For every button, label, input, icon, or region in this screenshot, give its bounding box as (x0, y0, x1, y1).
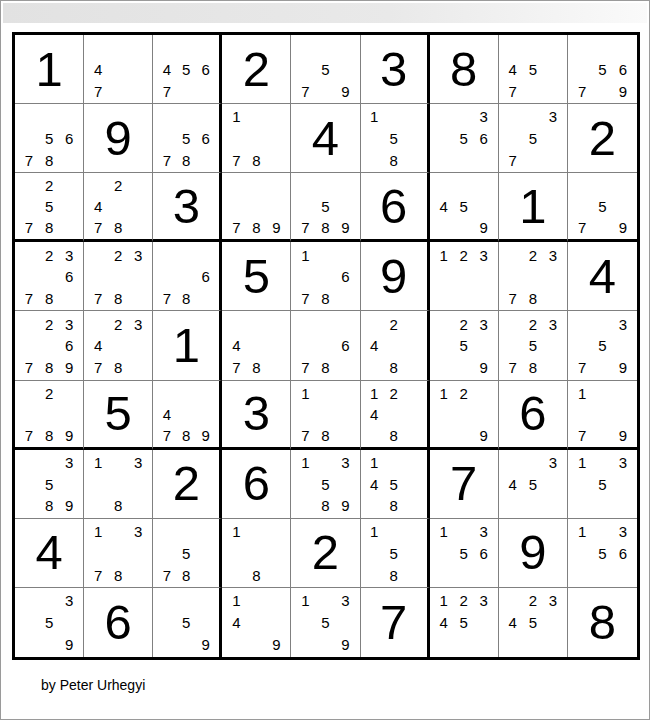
cell-r7c6[interactable]: 1458 (361, 450, 430, 519)
candidate-5: 5 (315, 59, 335, 81)
cell-value: 9 (84, 104, 152, 172)
candidate-empty (454, 357, 474, 379)
pencil-marks: 13589 (291, 450, 359, 518)
candidate-empty (19, 106, 39, 128)
candidate-empty (572, 175, 592, 196)
candidate-3: 3 (474, 590, 494, 612)
candidate-empty (157, 266, 176, 288)
candidate-7: 7 (157, 288, 176, 310)
cell-r5c3[interactable]: 1 (153, 311, 222, 380)
cell-r7c7[interactable]: 7 (430, 450, 499, 519)
cell-r5c4[interactable]: 478 (222, 311, 291, 380)
candidate-6: 6 (474, 128, 494, 150)
pencil-marks: 129 (430, 381, 498, 447)
candidate-empty (503, 106, 523, 128)
cell-r9c2[interactable]: 6 (84, 588, 153, 657)
cell-r1c5[interactable]: 579 (291, 35, 360, 104)
candidate-2: 2 (39, 313, 59, 335)
candidate-empty (454, 288, 474, 310)
candidate-empty (543, 357, 563, 379)
cell-r7c1[interactable]: 3589 (15, 450, 84, 519)
candidate-empty (572, 196, 592, 217)
candidate-5: 5 (384, 128, 403, 150)
candidate-empty (177, 590, 196, 612)
cell-r8c8[interactable]: 9 (499, 519, 568, 588)
candidate-5: 5 (384, 473, 403, 495)
cell-r5c9[interactable]: 3579 (568, 311, 637, 380)
pencil-marks: 5789 (291, 173, 359, 239)
candidate-empty (246, 313, 266, 335)
candidate-9: 9 (613, 357, 633, 379)
cell-r3c9[interactable]: 579 (568, 173, 637, 242)
candidate-empty (19, 244, 39, 266)
candidate-empty (503, 313, 523, 335)
candidate-5: 5 (177, 612, 196, 634)
pencil-marks: 18 (222, 519, 290, 587)
cell-r4c2[interactable]: 2378 (84, 242, 153, 311)
cell-r2c6[interactable]: 158 (361, 104, 430, 173)
cell-value: 9 (499, 519, 567, 587)
candidate-empty (108, 196, 128, 217)
candidate-empty (88, 313, 108, 335)
cell-r2c5[interactable]: 4 (291, 104, 360, 173)
candidate-2: 2 (39, 383, 59, 404)
cell-r5c2[interactable]: 23478 (84, 311, 153, 380)
candidate-8: 8 (246, 357, 266, 379)
candidate-empty (613, 37, 633, 59)
candidate-empty (128, 196, 148, 217)
cell-r6c2[interactable]: 5 (84, 381, 153, 450)
candidate-2: 2 (454, 590, 474, 612)
candidate-empty (503, 590, 523, 612)
candidate-1: 1 (295, 590, 315, 612)
candidate-empty (226, 196, 246, 217)
candidate-4: 4 (503, 612, 523, 634)
candidate-9: 9 (59, 425, 79, 446)
candidate-empty (572, 59, 592, 81)
candidate-empty (434, 634, 454, 656)
pencil-marks: 5678 (15, 104, 83, 172)
candidate-1: 1 (572, 383, 592, 404)
candidate-empty (592, 37, 612, 59)
candidate-empty (474, 335, 494, 357)
candidate-5: 5 (592, 335, 612, 357)
candidate-empty (454, 634, 474, 656)
candidate-empty (246, 590, 266, 612)
cell-r6c4[interactable]: 3 (222, 381, 291, 450)
candidate-8: 8 (246, 150, 266, 172)
candidate-2: 2 (384, 313, 403, 335)
candidate-5: 5 (177, 128, 196, 150)
candidate-empty (572, 542, 592, 564)
candidate-3: 3 (59, 590, 79, 612)
pencil-marks: 1458 (361, 450, 427, 518)
cell-r7c5[interactable]: 13589 (291, 450, 360, 519)
candidate-empty (454, 521, 474, 543)
candidate-empty (336, 288, 356, 310)
candidate-empty (295, 266, 315, 288)
candidate-empty (226, 564, 246, 586)
pencil-marks: 357 (499, 104, 567, 172)
cell-r9c5[interactable]: 1359 (291, 588, 360, 657)
pencil-marks: 1678 (291, 242, 359, 310)
candidate-empty (592, 357, 612, 379)
candidate-empty (336, 37, 356, 59)
candidate-7: 7 (19, 217, 39, 238)
cell-r4c6[interactable]: 9 (361, 242, 430, 311)
candidate-empty (157, 590, 176, 612)
candidate-empty (365, 564, 384, 586)
sudoku-page: 1474567257938457567956789567817841583563… (0, 0, 650, 720)
candidate-empty (315, 266, 335, 288)
cell-r6c7[interactable]: 129 (430, 381, 499, 450)
cell-r3c3[interactable]: 3 (153, 173, 222, 242)
candidate-empty (572, 473, 592, 495)
candidate-empty (403, 404, 422, 425)
candidate-5: 5 (315, 473, 335, 495)
candidate-empty (336, 404, 356, 425)
candidate-9: 9 (266, 217, 286, 238)
candidate-empty (88, 175, 108, 196)
candidate-empty (454, 266, 474, 288)
cell-r4c5[interactable]: 1678 (291, 242, 360, 311)
candidate-empty (365, 128, 384, 150)
pencil-marks: 2789 (15, 381, 83, 447)
cell-r2c9[interactable]: 2 (568, 104, 637, 173)
candidate-9: 9 (474, 357, 494, 379)
candidate-empty (613, 175, 633, 196)
candidate-5: 5 (523, 473, 543, 495)
cell-r9c7[interactable]: 12345 (430, 588, 499, 657)
cell-r6c9[interactable]: 179 (568, 381, 637, 450)
candidate-7: 7 (226, 150, 246, 172)
candidate-empty (434, 425, 454, 446)
candidate-empty (613, 495, 633, 517)
cell-r3c8[interactable]: 1 (499, 173, 568, 242)
candidate-empty (295, 175, 315, 196)
candidate-8: 8 (315, 288, 335, 310)
cell-r5c8[interactable]: 23578 (499, 311, 568, 380)
candidate-empty (59, 612, 79, 634)
candidate-empty (523, 150, 543, 172)
cell-r8c6[interactable]: 158 (361, 519, 430, 588)
candidate-empty (196, 37, 215, 59)
candidate-3: 3 (59, 313, 79, 335)
candidate-1: 1 (365, 452, 384, 474)
pencil-marks: 356 (430, 104, 498, 172)
candidate-empty (315, 452, 335, 474)
candidate-6: 6 (613, 59, 633, 81)
candidate-5: 5 (523, 612, 543, 634)
candidate-empty (266, 196, 286, 217)
candidate-7: 7 (157, 80, 176, 102)
cell-r6c1[interactable]: 2789 (15, 381, 84, 450)
cell-r2c2[interactable]: 9 (84, 104, 153, 173)
cell-r7c4[interactable]: 6 (222, 450, 291, 519)
candidate-3: 3 (543, 590, 563, 612)
cell-r9c8[interactable]: 2345 (499, 588, 568, 657)
candidate-empty (434, 404, 454, 425)
pencil-marks: 179 (568, 381, 637, 447)
cell-r1c2[interactable]: 47 (84, 35, 153, 104)
candidate-3: 3 (543, 106, 563, 128)
candidate-empty (19, 313, 39, 335)
candidate-4: 4 (88, 59, 108, 81)
candidate-5: 5 (592, 196, 612, 217)
candidate-empty (196, 383, 215, 404)
candidate-empty (523, 266, 543, 288)
cell-r3c6[interactable]: 6 (361, 173, 430, 242)
candidate-5: 5 (315, 612, 335, 634)
candidate-1: 1 (434, 521, 454, 543)
candidate-empty (336, 612, 356, 634)
candidate-empty (128, 335, 148, 357)
pencil-marks: 178 (291, 381, 359, 447)
candidate-4: 4 (503, 59, 523, 81)
candidate-empty (336, 313, 356, 335)
candidate-3: 3 (336, 452, 356, 474)
cell-r3c4[interactable]: 789 (222, 173, 291, 242)
pencil-marks: 47 (84, 35, 152, 103)
candidate-empty (266, 612, 286, 634)
pencil-marks: 4789 (153, 381, 219, 447)
candidate-empty (128, 59, 148, 81)
cell-r1c7[interactable]: 8 (430, 35, 499, 104)
cell-r2c8[interactable]: 357 (499, 104, 568, 173)
candidate-5: 5 (523, 128, 543, 150)
candidate-empty (246, 196, 266, 217)
cell-r9c3[interactable]: 59 (153, 588, 222, 657)
candidate-4: 4 (434, 612, 454, 634)
candidate-empty (454, 106, 474, 128)
candidate-empty (196, 404, 215, 425)
cell-r8c1[interactable]: 4 (15, 519, 84, 588)
cell-r5c5[interactable]: 678 (291, 311, 360, 380)
top-scrollbar-track[interactable] (3, 3, 647, 23)
candidate-empty (434, 106, 454, 128)
cell-r7c3[interactable]: 2 (153, 450, 222, 519)
cell-r4c1[interactable]: 23678 (15, 242, 84, 311)
candidate-empty (157, 542, 176, 564)
candidate-8: 8 (177, 150, 196, 172)
candidate-empty (613, 335, 633, 357)
cell-r3c5[interactable]: 5789 (291, 173, 360, 242)
cell-value: 7 (430, 450, 498, 518)
pencil-marks: 23678 (15, 242, 83, 310)
candidate-empty (295, 313, 315, 335)
candidate-empty (177, 404, 196, 425)
cell-r4c4[interactable]: 5 (222, 242, 291, 311)
candidate-empty (592, 217, 612, 238)
candidate-7: 7 (503, 150, 523, 172)
candidate-7: 7 (157, 150, 176, 172)
cell-r9c9[interactable]: 8 (568, 588, 637, 657)
cell-r2c7[interactable]: 356 (430, 104, 499, 173)
candidate-empty (196, 106, 215, 128)
candidate-empty (384, 404, 403, 425)
candidate-empty (315, 404, 335, 425)
cell-r6c3[interactable]: 4789 (153, 381, 222, 450)
candidate-empty (196, 612, 215, 634)
candidate-empty (572, 37, 592, 59)
cell-r8c2[interactable]: 1378 (84, 519, 153, 588)
cell-r2c3[interactable]: 5678 (153, 104, 222, 173)
candidate-2: 2 (108, 313, 128, 335)
candidate-1: 1 (295, 244, 315, 266)
candidate-8: 8 (315, 425, 335, 446)
cell-r1c8[interactable]: 457 (499, 35, 568, 104)
candidate-empty (59, 106, 79, 128)
candidate-8: 8 (39, 150, 59, 172)
cell-r1c6[interactable]: 3 (361, 35, 430, 104)
candidate-empty (19, 196, 39, 217)
candidate-empty (474, 196, 494, 217)
cell-r7c9[interactable]: 135 (568, 450, 637, 519)
cell-r9c4[interactable]: 149 (222, 588, 291, 657)
candidate-empty (474, 564, 494, 586)
candidate-empty (315, 175, 335, 196)
candidate-empty (266, 106, 286, 128)
candidate-empty (543, 80, 563, 102)
candidate-empty (315, 634, 335, 656)
candidate-empty (613, 564, 633, 586)
cell-r7c2[interactable]: 138 (84, 450, 153, 519)
cell-r6c5[interactable]: 178 (291, 381, 360, 450)
candidate-empty (403, 473, 422, 495)
cell-r9c1[interactable]: 359 (15, 588, 84, 657)
candidate-7: 7 (226, 217, 246, 238)
candidate-empty (59, 150, 79, 172)
cell-r4c8[interactable]: 2378 (499, 242, 568, 311)
candidate-empty (403, 542, 422, 564)
candidate-empty (196, 542, 215, 564)
cell-r1c4[interactable]: 2 (222, 35, 291, 104)
candidate-empty (543, 473, 563, 495)
candidate-1: 1 (572, 452, 592, 474)
candidate-empty (295, 59, 315, 81)
candidate-8: 8 (384, 357, 403, 379)
candidate-empty (128, 37, 148, 59)
cell-r4c3[interactable]: 678 (153, 242, 222, 311)
candidate-9: 9 (336, 217, 356, 238)
candidate-empty (128, 473, 148, 495)
candidate-empty (403, 521, 422, 543)
pencil-marks: 678 (291, 311, 359, 379)
candidate-empty (128, 175, 148, 196)
candidate-8: 8 (108, 495, 128, 517)
candidate-empty (295, 612, 315, 634)
candidate-8: 8 (39, 495, 59, 517)
candidate-empty (403, 564, 422, 586)
candidate-empty (19, 495, 39, 517)
cell-r8c4[interactable]: 18 (222, 519, 291, 588)
candidate-empty (39, 335, 59, 357)
cell-r6c6[interactable]: 1248 (361, 381, 430, 450)
candidate-empty (88, 473, 108, 495)
candidate-7: 7 (19, 357, 39, 379)
cell-r2c1[interactable]: 5678 (15, 104, 84, 173)
cell-r3c1[interactable]: 2578 (15, 173, 84, 242)
cell-r8c9[interactable]: 1356 (568, 519, 637, 588)
cell-r7c8[interactable]: 345 (499, 450, 568, 519)
cell-r2c4[interactable]: 178 (222, 104, 291, 173)
cell-value: 3 (222, 381, 290, 447)
candidate-empty (503, 495, 523, 517)
cell-r1c9[interactable]: 5679 (568, 35, 637, 104)
cell-r1c3[interactable]: 4567 (153, 35, 222, 104)
cell-r4c9[interactable]: 4 (568, 242, 637, 311)
candidate-5: 5 (592, 473, 612, 495)
candidate-empty (108, 37, 128, 59)
cell-value: 6 (222, 450, 290, 518)
candidate-empty (157, 634, 176, 656)
candidate-empty (295, 196, 315, 217)
candidate-empty (157, 37, 176, 59)
candidate-1: 1 (226, 590, 246, 612)
cell-r9c6[interactable]: 7 (361, 588, 430, 657)
candidate-empty (592, 175, 612, 196)
candidate-1: 1 (295, 452, 315, 474)
cell-value: 5 (84, 381, 152, 447)
candidate-empty (266, 335, 286, 357)
candidate-9: 9 (59, 357, 79, 379)
cell-r1c1[interactable]: 1 (15, 35, 84, 104)
candidate-empty (177, 244, 196, 266)
pencil-marks: 578 (153, 519, 219, 587)
candidate-8: 8 (523, 357, 543, 379)
candidate-7: 7 (295, 80, 315, 102)
cell-r8c7[interactable]: 1356 (430, 519, 499, 588)
candidate-empty (315, 335, 335, 357)
cell-r6c8[interactable]: 6 (499, 381, 568, 450)
pencil-marks: 457 (499, 35, 567, 103)
candidate-6: 6 (474, 542, 494, 564)
cell-r5c1[interactable]: 236789 (15, 311, 84, 380)
candidate-empty (454, 425, 474, 446)
candidate-empty (523, 37, 543, 59)
candidate-empty (157, 244, 176, 266)
cell-value: 3 (361, 35, 427, 103)
cell-r3c7[interactable]: 459 (430, 173, 499, 242)
candidate-empty (196, 150, 215, 172)
candidate-7: 7 (295, 357, 315, 379)
cell-r5c6[interactable]: 248 (361, 311, 430, 380)
candidate-empty (315, 313, 335, 335)
cell-value: 2 (222, 35, 290, 103)
candidate-3: 3 (59, 452, 79, 474)
candidate-6: 6 (59, 335, 79, 357)
candidate-9: 9 (196, 425, 215, 446)
cell-r3c2[interactable]: 2478 (84, 173, 153, 242)
cell-r4c7[interactable]: 123 (430, 242, 499, 311)
candidate-2: 2 (108, 175, 128, 196)
candidate-1: 1 (434, 383, 454, 404)
candidate-3: 3 (543, 313, 563, 335)
cell-r8c5[interactable]: 2 (291, 519, 360, 588)
candidate-9: 9 (474, 217, 494, 238)
candidate-empty (108, 452, 128, 474)
candidate-empty (266, 150, 286, 172)
candidate-5: 5 (523, 59, 543, 81)
pencil-marks: 579 (568, 173, 637, 239)
cell-r5c7[interactable]: 2359 (430, 311, 499, 380)
candidate-empty (503, 452, 523, 474)
candidate-empty (474, 288, 494, 310)
candidate-empty (266, 128, 286, 150)
cell-r8c3[interactable]: 578 (153, 519, 222, 588)
candidate-empty (226, 542, 246, 564)
candidate-empty (128, 80, 148, 102)
